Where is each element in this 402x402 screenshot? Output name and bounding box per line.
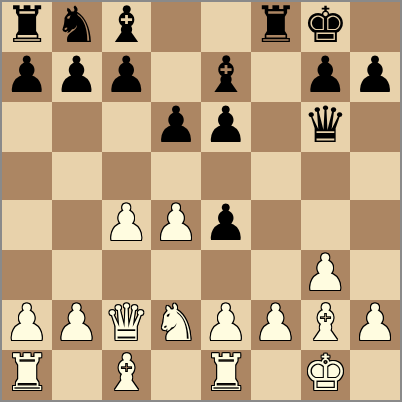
black-rook-icon: ♜ xyxy=(4,0,49,50)
white-pawn-icon: ♟ xyxy=(303,248,348,298)
square-e8[interactable] xyxy=(201,2,251,52)
square-d7[interactable] xyxy=(151,52,201,102)
square-g3[interactable]: ♟ xyxy=(301,250,351,300)
square-d3[interactable] xyxy=(151,250,201,300)
square-b1[interactable] xyxy=(52,350,102,400)
black-bishop-icon: ♝ xyxy=(203,50,248,100)
square-c8[interactable]: ♝ xyxy=(102,2,152,52)
white-king-icon: ♚ xyxy=(303,348,348,398)
square-f3[interactable] xyxy=(251,250,301,300)
square-h4[interactable] xyxy=(350,200,400,250)
square-f4[interactable] xyxy=(251,200,301,250)
white-pawn-icon: ♟ xyxy=(203,298,248,348)
white-pawn-icon: ♟ xyxy=(4,298,49,348)
square-f5[interactable] xyxy=(251,152,301,200)
square-d5[interactable] xyxy=(151,152,201,200)
square-a5[interactable] xyxy=(2,152,52,200)
white-queen-icon: ♛ xyxy=(104,298,149,348)
white-bishop-icon: ♝ xyxy=(104,348,149,398)
black-pawn-icon: ♟ xyxy=(203,198,248,248)
square-b7[interactable]: ♟ xyxy=(52,52,102,102)
white-bishop-icon: ♝ xyxy=(303,298,348,348)
square-f6[interactable] xyxy=(251,102,301,152)
square-a3[interactable] xyxy=(2,250,52,300)
square-e1[interactable]: ♜ xyxy=(201,350,251,400)
square-e2[interactable]: ♟ xyxy=(201,300,251,350)
square-a6[interactable] xyxy=(2,102,52,152)
white-knight-icon: ♞ xyxy=(154,298,199,348)
square-c1[interactable]: ♝ xyxy=(102,350,152,400)
square-a4[interactable] xyxy=(2,200,52,250)
square-e3[interactable] xyxy=(201,250,251,300)
square-e7[interactable]: ♝ xyxy=(201,52,251,102)
black-pawn-icon: ♟ xyxy=(353,50,398,100)
white-rook-icon: ♜ xyxy=(4,348,49,398)
chess-board: ♜♞♝♜♚♟♟♟♝♟♟♟♟♛♟♟♟♟♟♟♛♞♟♟♝♟♜♝♜♚ xyxy=(0,0,402,402)
black-pawn-icon: ♟ xyxy=(4,50,49,100)
square-c4[interactable]: ♟ xyxy=(102,200,152,250)
square-g5[interactable] xyxy=(301,152,351,200)
square-e6[interactable]: ♟ xyxy=(201,102,251,152)
square-f8[interactable]: ♜ xyxy=(251,2,301,52)
black-rook-icon: ♜ xyxy=(253,0,298,50)
square-b6[interactable] xyxy=(52,102,102,152)
square-h6[interactable] xyxy=(350,102,400,152)
black-pawn-icon: ♟ xyxy=(154,100,199,150)
square-h2[interactable]: ♟ xyxy=(350,300,400,350)
square-c3[interactable] xyxy=(102,250,152,300)
square-c7[interactable]: ♟ xyxy=(102,52,152,102)
square-b3[interactable] xyxy=(52,250,102,300)
square-h7[interactable]: ♟ xyxy=(350,52,400,102)
square-e5[interactable] xyxy=(201,152,251,200)
square-d6[interactable]: ♟ xyxy=(151,102,201,152)
square-g6[interactable]: ♛ xyxy=(301,102,351,152)
white-pawn-icon: ♟ xyxy=(253,298,298,348)
square-h3[interactable] xyxy=(350,250,400,300)
square-h1[interactable] xyxy=(350,350,400,400)
square-h8[interactable] xyxy=(350,2,400,52)
black-king-icon: ♚ xyxy=(303,0,348,50)
square-g2[interactable]: ♝ xyxy=(301,300,351,350)
square-d2[interactable]: ♞ xyxy=(151,300,201,350)
white-rook-icon: ♜ xyxy=(203,348,248,398)
white-pawn-icon: ♟ xyxy=(353,298,398,348)
square-a2[interactable]: ♟ xyxy=(2,300,52,350)
square-f2[interactable]: ♟ xyxy=(251,300,301,350)
square-e4[interactable]: ♟ xyxy=(201,200,251,250)
square-d8[interactable] xyxy=(151,2,201,52)
white-pawn-icon: ♟ xyxy=(54,298,99,348)
square-f7[interactable] xyxy=(251,52,301,102)
black-pawn-icon: ♟ xyxy=(303,50,348,100)
square-b2[interactable]: ♟ xyxy=(52,300,102,350)
square-b5[interactable] xyxy=(52,152,102,200)
square-h5[interactable] xyxy=(350,152,400,200)
white-pawn-icon: ♟ xyxy=(104,198,149,248)
square-d1[interactable] xyxy=(151,350,201,400)
white-pawn-icon: ♟ xyxy=(154,198,199,248)
square-c5[interactable] xyxy=(102,152,152,200)
black-bishop-icon: ♝ xyxy=(104,0,149,50)
black-pawn-icon: ♟ xyxy=(104,50,149,100)
square-g4[interactable] xyxy=(301,200,351,250)
square-a1[interactable]: ♜ xyxy=(2,350,52,400)
square-g7[interactable]: ♟ xyxy=(301,52,351,102)
square-g8[interactable]: ♚ xyxy=(301,2,351,52)
square-f1[interactable] xyxy=(251,350,301,400)
square-b8[interactable]: ♞ xyxy=(52,2,102,52)
black-knight-icon: ♞ xyxy=(54,0,99,50)
square-g1[interactable]: ♚ xyxy=(301,350,351,400)
square-d4[interactable]: ♟ xyxy=(151,200,201,250)
square-b4[interactable] xyxy=(52,200,102,250)
square-a8[interactable]: ♜ xyxy=(2,2,52,52)
black-pawn-icon: ♟ xyxy=(203,100,248,150)
square-c2[interactable]: ♛ xyxy=(102,300,152,350)
square-a7[interactable]: ♟ xyxy=(2,52,52,102)
black-pawn-icon: ♟ xyxy=(54,50,99,100)
square-c6[interactable] xyxy=(102,102,152,152)
black-queen-icon: ♛ xyxy=(303,100,348,150)
